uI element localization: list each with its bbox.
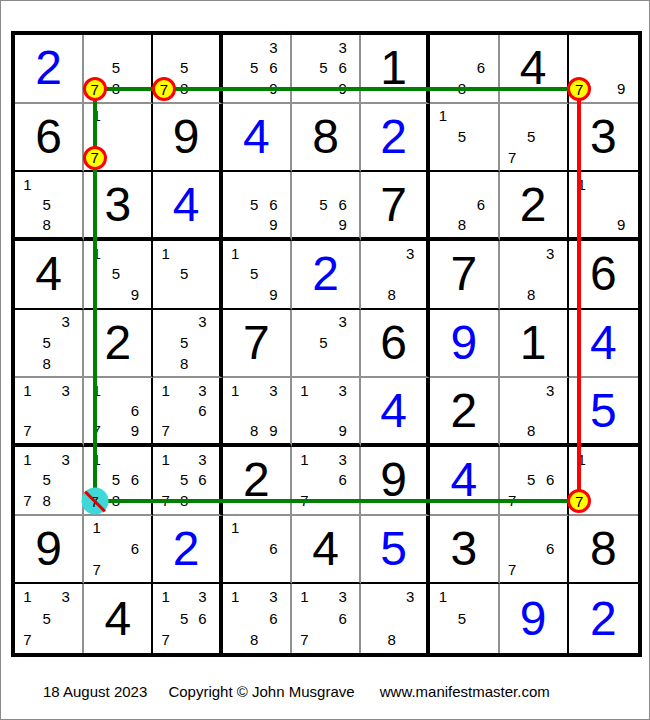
candidate-slot-empty xyxy=(264,243,283,264)
candidate-1: 1 xyxy=(156,243,174,264)
cell-r8c3[interactable]: 2 xyxy=(153,516,222,585)
cell-r3c6[interactable]: 7 xyxy=(361,172,430,241)
candidate-slot-empty xyxy=(175,37,193,58)
cell-r1c1[interactable]: 2 xyxy=(15,35,84,104)
candidates-grid: 569 xyxy=(292,172,359,237)
candidate-slot-empty xyxy=(383,243,401,264)
candidate-slot-empty xyxy=(541,490,560,511)
candidates-grid: 358 xyxy=(15,310,82,377)
candidates-grid: 15 xyxy=(430,104,497,171)
cell-r1c7[interactable]: 68 xyxy=(430,35,499,104)
candidate-7: 7 xyxy=(156,490,174,511)
cell-r4c7[interactable]: 7 xyxy=(430,241,499,310)
candidate-slot-empty xyxy=(264,559,283,580)
candidate-slot-empty xyxy=(245,174,264,194)
candidate-1: 1 xyxy=(156,586,174,607)
candidates-grid: 17 xyxy=(84,104,151,171)
cell-value-wrap: 4 xyxy=(153,172,218,237)
footer-copyright: Copyright © John Musgrave xyxy=(168,683,354,700)
candidate-3: 3 xyxy=(264,380,283,400)
candidate-slot-empty xyxy=(106,284,125,305)
candidate-slot-empty xyxy=(193,78,211,99)
cell-r6c9[interactable]: 5 xyxy=(569,378,638,447)
cell-r6c7[interactable]: 2 xyxy=(430,378,499,447)
candidate-slot-empty xyxy=(245,214,264,234)
cell-r4c4[interactable]: 159 xyxy=(223,241,292,310)
candidate-7: 7 xyxy=(156,78,174,99)
candidate-slot-empty xyxy=(245,538,264,559)
cell-r5c7[interactable]: 9 xyxy=(430,310,499,379)
candidate-slot-empty xyxy=(264,174,283,194)
candidates-grid: 68 xyxy=(430,172,497,237)
candidate-8: 8 xyxy=(522,284,541,305)
candidate-slot-empty xyxy=(193,284,211,305)
cell-r3c4[interactable]: 569 xyxy=(223,172,292,241)
candidate-slot-empty xyxy=(503,264,522,285)
candidate-slot-empty xyxy=(37,449,56,470)
candidate-7: 7 xyxy=(87,420,106,440)
cell-r7c2[interactable]: 15678 xyxy=(84,447,153,516)
candidates-grid: 79 xyxy=(569,35,638,102)
candidate-slot-empty xyxy=(125,126,144,147)
cell-value: 4 xyxy=(380,387,407,435)
cell-r9c3[interactable]: 13567 xyxy=(153,584,222,653)
candidate-slot-empty xyxy=(503,420,522,440)
candidate-7: 7 xyxy=(87,559,106,580)
cell-r2c3[interactable]: 9 xyxy=(153,104,222,173)
candidate-slot-empty xyxy=(541,420,560,440)
candidate-9: 9 xyxy=(611,78,631,99)
candidate-slot-empty xyxy=(175,400,193,420)
candidate-5: 5 xyxy=(175,58,193,79)
cell-r8c5[interactable]: 4 xyxy=(292,516,361,585)
cell-value: 6 xyxy=(380,319,407,367)
candidate-8: 8 xyxy=(452,78,471,99)
candidate-slot-empty xyxy=(314,400,333,420)
candidate-slot-empty xyxy=(503,470,522,491)
candidate-slot-empty xyxy=(295,400,314,420)
cell-r1c4[interactable]: 3569 xyxy=(223,35,292,104)
candidate-7: 7 xyxy=(572,78,592,99)
candidate-slot-empty xyxy=(193,420,211,440)
candidate-slot-empty xyxy=(37,400,56,420)
candidate-slot-empty xyxy=(522,559,541,580)
cell-value-wrap: 2 xyxy=(84,310,151,377)
cell-value: 4 xyxy=(173,181,200,229)
cell-r6c8[interactable]: 38 xyxy=(500,378,569,447)
cell-r8c2[interactable]: 167 xyxy=(84,516,153,585)
cell-r9c2[interactable]: 4 xyxy=(84,584,153,653)
cell-value-wrap: 2 xyxy=(292,241,359,308)
footer: 18 August 2023 Copyright © John Musgrave… xyxy=(43,683,550,700)
candidate-slot-empty xyxy=(226,194,245,214)
candidate-slot-empty xyxy=(193,332,211,353)
candidate-slot-empty xyxy=(433,147,452,168)
candidate-slot-empty xyxy=(471,586,490,607)
cell-r6c2[interactable]: 1679 xyxy=(84,378,153,447)
candidates-grid: 3569 xyxy=(223,35,290,102)
cell-r7c5[interactable]: 1367 xyxy=(292,447,361,516)
candidate-slot-empty xyxy=(471,147,490,168)
candidates-grid: 17 xyxy=(569,447,638,514)
candidate-slot-empty xyxy=(592,214,612,234)
candidate-9: 9 xyxy=(264,420,283,440)
cell-r7c4[interactable]: 2 xyxy=(223,447,292,516)
cell-r7c8[interactable]: 567 xyxy=(500,447,569,516)
cell-r7c9[interactable]: 17 xyxy=(569,447,638,516)
candidate-6: 6 xyxy=(264,194,283,214)
candidates-grid: 578 xyxy=(153,35,218,102)
candidate-slot-empty xyxy=(193,243,211,264)
cell-r7c7[interactable]: 4 xyxy=(430,447,499,516)
candidate-slot-empty xyxy=(18,332,37,353)
cell-value: 9 xyxy=(520,595,547,643)
candidate-3: 3 xyxy=(193,586,211,607)
candidate-6: 6 xyxy=(471,58,490,79)
cell-r4c1[interactable]: 4 xyxy=(15,241,84,310)
candidate-6: 6 xyxy=(333,470,352,491)
candidate-slot-empty xyxy=(592,449,612,470)
sudoku-grid: 2578578356935691684796179482155731583456… xyxy=(15,35,638,653)
cell-r5c9[interactable]: 4 xyxy=(569,310,638,379)
cell-r8c8[interactable]: 67 xyxy=(500,516,569,585)
candidate-3: 3 xyxy=(333,449,352,470)
candidate-slot-empty xyxy=(156,332,174,353)
cell-r9c9[interactable]: 2 xyxy=(569,584,638,653)
cell-r3c7[interactable]: 68 xyxy=(430,172,499,241)
candidate-slot-empty xyxy=(364,629,382,650)
candidate-1: 1 xyxy=(156,449,174,470)
cell-value: 9 xyxy=(35,525,62,573)
candidate-7: 7 xyxy=(295,490,314,511)
candidate-slot-empty xyxy=(295,332,314,353)
candidate-slot-empty xyxy=(245,400,264,420)
cell-r1c2[interactable]: 578 xyxy=(84,35,153,104)
cell-r5c3[interactable]: 358 xyxy=(153,310,222,379)
candidate-slot-empty xyxy=(87,538,106,559)
cell-value-wrap: 9 xyxy=(15,516,82,583)
candidate-slot-empty xyxy=(401,284,419,305)
candidate-slot-empty xyxy=(592,58,612,79)
cell-r9c1[interactable]: 1357 xyxy=(15,584,84,653)
candidate-slot-empty xyxy=(37,174,56,194)
cell-r9c6[interactable]: 38 xyxy=(361,584,430,653)
candidate-slot-empty xyxy=(125,490,144,511)
candidate-6: 6 xyxy=(471,194,490,214)
cell-r2c7[interactable]: 15 xyxy=(430,104,499,173)
cell-value: 9 xyxy=(451,319,478,367)
cell-r9c5[interactable]: 1367 xyxy=(292,584,361,653)
cell-r8c9[interactable]: 8 xyxy=(569,516,638,585)
cell-value: 3 xyxy=(104,181,131,229)
candidates-grid: 15678 xyxy=(84,447,151,514)
candidate-slot-empty xyxy=(314,586,333,607)
candidates-grid: 57 xyxy=(500,104,567,171)
candidates-grid: 1368 xyxy=(223,584,290,653)
candidate-slot-empty xyxy=(314,312,333,333)
candidates-grid: 159 xyxy=(223,241,290,308)
cell-value: 2 xyxy=(173,525,200,573)
cell-r8c4[interactable]: 16 xyxy=(223,516,292,585)
candidate-slot-empty xyxy=(452,194,471,214)
cell-r2c4[interactable]: 4 xyxy=(223,104,292,173)
candidate-slot-empty xyxy=(503,106,522,127)
candidate-slot-empty xyxy=(314,490,333,511)
candidate-slot-empty xyxy=(611,58,631,79)
candidate-7: 7 xyxy=(572,490,592,511)
cell-r5c4[interactable]: 7 xyxy=(223,310,292,379)
candidate-slot-empty xyxy=(452,586,471,607)
cell-r1c3[interactable]: 578 xyxy=(153,35,222,104)
cell-r9c8[interactable]: 9 xyxy=(500,584,569,653)
candidate-slot-empty xyxy=(314,629,333,650)
cell-r6c5[interactable]: 139 xyxy=(292,378,361,447)
cell-value: 6 xyxy=(35,113,62,161)
candidate-slot-empty xyxy=(333,332,352,353)
candidate-1: 1 xyxy=(156,380,174,400)
cell-r5c8[interactable]: 1 xyxy=(500,310,569,379)
candidate-slot-empty xyxy=(433,174,452,194)
cell-r4c2[interactable]: 159 xyxy=(84,241,153,310)
candidate-3: 3 xyxy=(541,380,560,400)
cell-r3c5[interactable]: 569 xyxy=(292,172,361,241)
cell-r9c7[interactable]: 15 xyxy=(430,584,499,653)
candidate-slot-empty xyxy=(125,58,144,79)
candidate-slot-empty xyxy=(471,106,490,127)
candidate-slot-empty xyxy=(401,264,419,285)
cell-r3c9[interactable]: 19 xyxy=(569,172,638,241)
candidates-grid: 15 xyxy=(153,241,218,308)
candidate-3: 3 xyxy=(56,312,75,333)
candidate-8: 8 xyxy=(383,629,401,650)
candidate-slot-empty xyxy=(245,518,264,539)
candidate-1: 1 xyxy=(87,243,106,264)
cell-r6c4[interactable]: 1389 xyxy=(223,378,292,447)
candidates-grid: 567 xyxy=(500,447,567,514)
candidate-slot-empty xyxy=(541,284,560,305)
candidate-slot-empty xyxy=(264,629,283,650)
cell-r8c6[interactable]: 5 xyxy=(361,516,430,585)
cell-value: 8 xyxy=(312,113,339,161)
candidate-8: 8 xyxy=(106,78,125,99)
candidate-slot-empty xyxy=(295,353,314,374)
candidate-slot-empty xyxy=(56,470,75,491)
cell-r9c4[interactable]: 1368 xyxy=(223,584,292,653)
candidate-7: 7 xyxy=(18,420,37,440)
cell-r6c1[interactable]: 137 xyxy=(15,378,84,447)
candidate-slot-empty xyxy=(56,608,75,629)
candidates-grid: 38 xyxy=(500,378,567,443)
candidate-slot-empty xyxy=(541,126,560,147)
candidate-slot-empty xyxy=(156,312,174,333)
cell-value: 5 xyxy=(380,525,407,573)
candidate-slot-empty xyxy=(541,106,560,127)
candidate-3: 3 xyxy=(333,37,352,58)
candidate-slot-empty xyxy=(125,78,144,99)
candidate-slot-empty xyxy=(592,194,612,214)
cell-value: 8 xyxy=(590,525,617,573)
candidate-8: 8 xyxy=(522,420,541,440)
cell-value: 2 xyxy=(590,595,617,643)
cell-value: 6 xyxy=(590,250,617,298)
candidate-slot-empty xyxy=(18,470,37,491)
candidate-slot-empty xyxy=(541,449,560,470)
candidate-slot-empty xyxy=(522,243,541,264)
cell-r7c1[interactable]: 13578 xyxy=(15,447,84,516)
candidate-8: 8 xyxy=(245,629,264,650)
candidate-7: 7 xyxy=(156,629,174,650)
candidate-slot-empty xyxy=(572,194,592,214)
cell-r3c2[interactable]: 3 xyxy=(84,172,153,241)
cell-r8c1[interactable]: 9 xyxy=(15,516,84,585)
cell-r4c5[interactable]: 2 xyxy=(292,241,361,310)
candidate-slot-empty xyxy=(314,470,333,491)
candidate-3: 3 xyxy=(541,243,560,264)
candidate-slot-empty xyxy=(522,264,541,285)
cell-r1c8[interactable]: 4 xyxy=(500,35,569,104)
candidate-5: 5 xyxy=(452,608,471,629)
cell-r5c1[interactable]: 358 xyxy=(15,310,84,379)
candidate-5: 5 xyxy=(314,58,333,79)
cell-r4c3[interactable]: 15 xyxy=(153,241,222,310)
cell-r3c8[interactable]: 2 xyxy=(500,172,569,241)
candidate-slot-empty xyxy=(156,264,174,285)
cell-r1c6[interactable]: 1 xyxy=(361,35,430,104)
candidate-slot-empty xyxy=(314,37,333,58)
candidate-slot-empty xyxy=(383,264,401,285)
cell-r2c1[interactable]: 6 xyxy=(15,104,84,173)
candidate-slot-empty xyxy=(18,400,37,420)
candidate-5: 5 xyxy=(314,332,333,353)
candidate-slot-empty xyxy=(87,37,106,58)
candidate-slot-empty xyxy=(156,608,174,629)
cell-r4c9[interactable]: 6 xyxy=(569,241,638,310)
cell-value-wrap: 4 xyxy=(84,584,151,653)
candidate-slot-empty xyxy=(364,586,382,607)
candidate-5: 5 xyxy=(175,332,193,353)
candidate-slot-empty xyxy=(314,449,333,470)
candidate-slot-empty xyxy=(37,629,56,650)
cell-r1c9[interactable]: 79 xyxy=(569,35,638,104)
cell-r4c6[interactable]: 38 xyxy=(361,241,430,310)
candidate-slot-empty xyxy=(452,58,471,79)
candidate-slot-empty xyxy=(106,126,125,147)
cell-value-wrap: 9 xyxy=(430,310,497,377)
candidate-7: 7 xyxy=(18,490,37,511)
candidate-slot-empty xyxy=(226,37,245,58)
candidate-slot-empty xyxy=(87,284,106,305)
candidate-slot-empty xyxy=(295,312,314,333)
cell-value-wrap: 2 xyxy=(500,172,567,237)
candidate-slot-empty xyxy=(125,147,144,168)
candidate-slot-empty xyxy=(541,264,560,285)
cell-r7c3[interactable]: 135678 xyxy=(153,447,222,516)
cell-r3c3[interactable]: 4 xyxy=(153,172,222,241)
candidates-grid: 3569 xyxy=(292,35,359,102)
cell-value-wrap: 5 xyxy=(569,378,638,443)
cell-r3c1[interactable]: 158 xyxy=(15,172,84,241)
cell-r2c8[interactable]: 57 xyxy=(500,104,569,173)
cell-value: 4 xyxy=(104,595,131,643)
cell-value-wrap: 7 xyxy=(430,241,497,308)
cell-value: 4 xyxy=(312,525,339,573)
cell-r6c3[interactable]: 1367 xyxy=(153,378,222,447)
candidate-slot-empty xyxy=(56,400,75,420)
candidate-slot-empty xyxy=(226,420,245,440)
candidate-5: 5 xyxy=(37,332,56,353)
cell-r6c6[interactable]: 4 xyxy=(361,378,430,447)
candidate-slot-empty xyxy=(245,243,264,264)
cell-value-wrap: 7 xyxy=(361,172,426,237)
candidate-1: 1 xyxy=(87,380,106,400)
cell-r2c2[interactable]: 17 xyxy=(84,104,153,173)
cell-r4c8[interactable]: 38 xyxy=(500,241,569,310)
candidates-grid: 139 xyxy=(292,378,359,443)
candidate-8: 8 xyxy=(37,353,56,374)
candidate-slot-empty xyxy=(175,629,193,650)
candidate-slot-empty xyxy=(522,449,541,470)
candidate-slot-empty xyxy=(106,243,125,264)
candidate-1: 1 xyxy=(18,449,37,470)
candidate-slot-empty xyxy=(452,106,471,127)
candidate-slot-empty xyxy=(87,470,106,491)
candidate-slot-empty xyxy=(245,37,264,58)
candidate-slot-empty xyxy=(295,174,314,194)
candidate-slot-empty xyxy=(433,608,452,629)
candidate-slot-empty xyxy=(433,37,452,58)
candidate-8: 8 xyxy=(175,353,193,374)
cell-r8c7[interactable]: 3 xyxy=(430,516,499,585)
candidate-6: 6 xyxy=(264,538,283,559)
cell-r1c5[interactable]: 3569 xyxy=(292,35,361,104)
cell-r2c9[interactable]: 3 xyxy=(569,104,638,173)
candidate-slot-empty xyxy=(18,312,37,333)
candidate-slot-empty xyxy=(611,470,631,491)
candidate-slot-empty xyxy=(125,518,144,539)
candidate-1: 1 xyxy=(18,174,37,194)
cell-value: 4 xyxy=(451,456,478,504)
cell-r2c5[interactable]: 8 xyxy=(292,104,361,173)
candidate-slot-empty xyxy=(106,400,125,420)
candidate-slot-empty xyxy=(226,214,245,234)
cell-r7c6[interactable]: 9 xyxy=(361,447,430,516)
candidate-9: 9 xyxy=(264,78,283,99)
candidate-1: 1 xyxy=(18,586,37,607)
cell-r5c6[interactable]: 6 xyxy=(361,310,430,379)
candidate-1: 1 xyxy=(226,380,245,400)
cell-r2c6[interactable]: 2 xyxy=(361,104,430,173)
candidate-slot-empty xyxy=(522,400,541,420)
candidate-slot-empty xyxy=(592,490,612,511)
cell-r5c2[interactable]: 2 xyxy=(84,310,153,379)
candidate-slot-empty xyxy=(572,214,592,234)
candidate-slot-empty xyxy=(18,194,37,214)
candidate-6: 6 xyxy=(333,194,352,214)
candidate-slot-empty xyxy=(471,608,490,629)
candidate-7: 7 xyxy=(503,490,522,511)
candidate-1: 1 xyxy=(572,449,592,470)
cell-r5c5[interactable]: 35 xyxy=(292,310,361,379)
candidate-slot-empty xyxy=(18,214,37,234)
candidate-slot-empty xyxy=(156,353,174,374)
candidate-slot-empty xyxy=(226,629,245,650)
candidates-grid: 569 xyxy=(223,172,290,237)
candidate-slot-empty xyxy=(522,490,541,511)
candidate-3: 3 xyxy=(193,449,211,470)
candidate-slot-empty xyxy=(364,284,382,305)
cell-value-wrap: 4 xyxy=(430,447,497,514)
candidate-slot-empty xyxy=(245,559,264,580)
